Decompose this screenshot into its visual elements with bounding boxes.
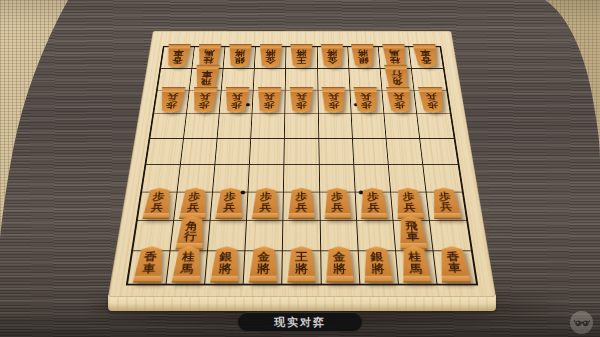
cell-r9c5[interactable]: 王將 [283,251,322,283]
cell-r3c9[interactable]: 歩兵 [414,91,450,114]
shogi-piece-sente-l[interactable]: 香車 [132,246,167,283]
cell-r9c1[interactable]: 香車 [128,251,170,283]
shogi-piece-sente-r[interactable]: 飛車 [396,216,428,250]
cell-r4c2[interactable] [184,114,220,139]
cell-r3c8[interactable]: 歩兵 [382,91,417,114]
shogi-piece-sente-p[interactable]: 歩兵 [251,188,280,220]
piece-kanji: 歩兵 [323,188,352,220]
piece-kanji: 桂馬 [196,44,222,67]
shogi-piece-gote-l[interactable]: 香車 [412,44,440,67]
piece-kanji: 銀將 [227,44,253,67]
piece-kanji: 金將 [320,44,345,67]
piece-kanji: 歩兵 [141,188,173,220]
cell-r4c9[interactable] [417,114,454,139]
cell-r3c4[interactable]: 歩兵 [253,91,286,114]
cell-r7c1[interactable]: 歩兵 [138,192,178,221]
piece-kanji: 歩兵 [178,188,209,220]
piece-kanji: 飛車 [193,65,220,90]
piece-kanji: 歩兵 [256,87,282,113]
piece-kanji: 歩兵 [157,87,186,113]
cell-r5c5[interactable] [285,139,320,165]
shogi-piece-gote-p[interactable]: 歩兵 [385,87,413,113]
cell-r5c1[interactable] [146,139,184,165]
cell-r9c7[interactable]: 銀將 [358,251,398,283]
goggles-icon [574,318,590,328]
cell-r9c9[interactable]: 香車 [433,251,475,283]
cell-r5c9[interactable] [420,139,458,165]
cell-r4c7[interactable] [351,114,386,139]
cell-r3c2[interactable]: 歩兵 [187,91,222,114]
shogi-piece-gote-r[interactable]: 飛車 [193,65,220,90]
piece-kanji: 歩兵 [190,87,218,113]
cell-r3c5[interactable]: 歩兵 [286,91,319,114]
shogi-piece-sente-l[interactable]: 香車 [437,246,472,283]
piece-kanji: 角行 [383,65,410,90]
piece-kanji: 飛車 [396,216,428,250]
shogi-piece-gote-p[interactable]: 歩兵 [321,87,347,113]
shogi-piece-gote-p[interactable]: 歩兵 [289,87,315,113]
cell-r7c4[interactable]: 歩兵 [247,192,284,221]
shogi-piece-gote-b[interactable]: 角行 [383,65,410,90]
shogi-piece-gote-p[interactable]: 歩兵 [417,87,446,113]
cell-r7c5[interactable]: 歩兵 [284,192,321,221]
shogi-piece-sente-p[interactable]: 歩兵 [178,188,209,220]
shogi-piece-gote-s[interactable]: 銀將 [227,44,253,67]
piece-kanji: 香車 [164,44,191,67]
shogi-piece-gote-k[interactable]: 王將 [289,44,313,67]
cell-r9c8[interactable]: 桂馬 [396,251,437,283]
shogi-piece-sente-p[interactable]: 歩兵 [287,188,315,220]
board-grid: 香車桂馬銀將金將王將金將銀將桂馬香車飛車角行歩兵歩兵歩兵歩兵歩兵歩兵歩兵歩兵歩兵… [126,46,478,285]
shogi-piece-gote-l[interactable]: 香車 [164,44,191,67]
shogi-piece-sente-s[interactable]: 銀將 [362,246,394,283]
piece-kanji: 歩兵 [287,188,315,220]
cell-r1c5[interactable]: 王將 [286,47,317,68]
shogi-board: 香車桂馬銀將金將王將金將銀將桂馬香車飛車角行歩兵歩兵歩兵歩兵歩兵歩兵歩兵歩兵歩兵… [108,31,496,297]
shogi-piece-gote-p[interactable]: 歩兵 [256,87,282,113]
piece-kanji: 歩兵 [321,87,347,113]
cell-r9c2[interactable]: 桂馬 [167,251,208,283]
shogi-piece-sente-s[interactable]: 銀將 [209,246,241,283]
cell-r7c6[interactable]: 歩兵 [320,192,357,221]
piece-kanji: 桂馬 [171,246,204,283]
piece-kanji: 歩兵 [385,87,413,113]
piece-kanji: 桂馬 [381,44,407,67]
shogi-piece-sente-k[interactable]: 王將 [286,246,316,283]
piece-kanji: 歩兵 [359,188,389,220]
shogi-piece-sente-g[interactable]: 金將 [248,246,279,283]
cell-r3c7[interactable]: 歩兵 [350,91,384,114]
piece-kanji: 金將 [248,246,279,283]
cell-r4c1[interactable] [150,114,187,139]
cell-r9c6[interactable]: 金將 [321,251,360,283]
cell-r5c8[interactable] [386,139,423,165]
piece-kanji: 歩兵 [353,87,380,113]
piece-kanji: 歩兵 [417,87,446,113]
piece-kanji: 歩兵 [394,188,425,220]
piece-kanji: 歩兵 [214,188,244,220]
shogi-piece-gote-g[interactable]: 金將 [320,44,345,67]
piece-kanji: 銀將 [209,246,241,283]
cell-r1c7[interactable]: 銀將 [348,47,380,68]
piece-kanji: 歩兵 [429,188,462,220]
shogi-piece-sente-n[interactable]: 桂馬 [171,246,204,283]
shogi-piece-gote-p[interactable]: 歩兵 [223,87,250,113]
piece-kanji: 桂馬 [399,246,432,283]
shogi-piece-gote-p[interactable]: 歩兵 [353,87,380,113]
cell-r1c9[interactable]: 香車 [409,47,443,68]
shogi-piece-gote-p[interactable]: 歩兵 [157,87,186,113]
game-scene: 香車桂馬銀將金將王將金將銀將桂馬香車飛車角行歩兵歩兵歩兵歩兵歩兵歩兵歩兵歩兵歩兵… [0,0,600,337]
cell-r4c8[interactable] [384,114,420,139]
cell-r3c3[interactable]: 歩兵 [220,91,254,114]
cell-r7c9[interactable]: 歩兵 [426,192,466,221]
cell-r1c1[interactable]: 香車 [161,47,195,68]
cell-r4c6[interactable] [318,114,352,139]
cell-r5c7[interactable] [353,139,389,165]
shogi-piece-sente-p[interactable]: 歩兵 [429,188,462,220]
piece-kanji: 角行 [174,216,206,250]
shogi-piece-sente-p[interactable]: 歩兵 [359,188,389,220]
piece-kanji: 歩兵 [289,87,315,113]
cell-r5c3[interactable] [215,139,251,165]
shogi-piece-sente-p[interactable]: 歩兵 [141,188,173,220]
mode-button[interactable]: 现实对弈 [237,312,363,332]
piece-kanji: 歩兵 [251,188,280,220]
cell-r4c3[interactable] [218,114,253,139]
mode-button-label: 现实对弈 [274,315,326,330]
cell-r4c5[interactable] [285,114,319,139]
shogi-piece-gote-p[interactable]: 歩兵 [190,87,218,113]
piece-kanji: 香車 [412,44,440,67]
piece-kanji: 銀將 [351,44,377,67]
piece-kanji: 王將 [286,246,316,283]
piece-kanji: 香車 [437,246,472,283]
cell-r3c6[interactable]: 歩兵 [318,91,351,114]
cell-r1c3[interactable]: 銀將 [224,47,256,68]
piece-kanji: 銀將 [362,246,394,283]
shogi-piece-gote-s[interactable]: 銀將 [351,44,377,67]
cell-r5c4[interactable] [250,139,285,165]
shogi-piece-sente-g[interactable]: 金將 [324,246,355,283]
cell-r5c6[interactable] [319,139,354,165]
shogi-piece-gote-g[interactable]: 金將 [258,44,283,67]
cell-r3c1[interactable]: 歩兵 [154,91,190,114]
cell-r7c3[interactable]: 歩兵 [211,192,249,221]
piece-kanji: 金將 [324,246,355,283]
spectator-button[interactable] [570,311,593,334]
shogi-piece-sente-p[interactable]: 歩兵 [214,188,244,220]
piece-kanji: 香車 [132,246,167,283]
shogi-piece-gote-n[interactable]: 桂馬 [381,44,407,67]
shogi-piece-sente-p[interactable]: 歩兵 [323,188,352,220]
piece-kanji: 歩兵 [223,87,250,113]
cell-r9c4[interactable]: 金將 [244,251,283,283]
cell-r9c3[interactable]: 銀將 [205,251,245,283]
shogi-piece-sente-b[interactable]: 角行 [174,216,206,250]
shogi-piece-gote-n[interactable]: 桂馬 [196,44,222,67]
shogi-piece-sente-n[interactable]: 桂馬 [399,246,432,283]
cell-r5c2[interactable] [181,139,218,165]
shogi-piece-sente-p[interactable]: 歩兵 [394,188,425,220]
board-front-edge [108,295,496,311]
cell-r1c4[interactable]: 金將 [255,47,287,68]
piece-kanji: 金將 [258,44,283,67]
cell-r1c6[interactable]: 金將 [317,47,349,68]
cell-r7c7[interactable]: 歩兵 [355,192,393,221]
piece-kanji: 王將 [289,44,313,67]
cell-r4c4[interactable] [251,114,285,139]
